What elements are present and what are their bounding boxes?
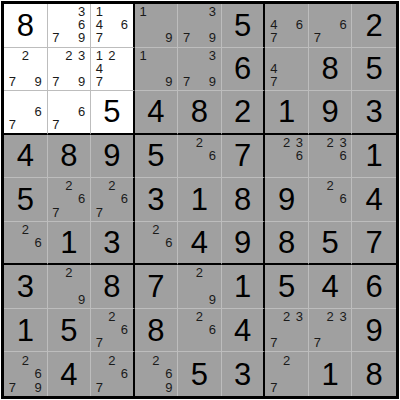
- cell-r5c9[interactable]: 4: [352, 178, 396, 222]
- cell-value: 5: [147, 140, 164, 171]
- pencil-mark-6: 6: [162, 367, 175, 381]
- cell-value: 1: [17, 315, 34, 346]
- cell-value: 9: [103, 140, 120, 171]
- cell-value: 3: [366, 96, 383, 127]
- cell-value: 5: [103, 96, 120, 127]
- pencil-mark-7: 7: [93, 75, 106, 88]
- pencil-mark-2: 2: [62, 266, 75, 279]
- cell-r6c9[interactable]: 7: [352, 222, 396, 266]
- pencil-marks: 236: [309, 135, 352, 178]
- cell-value: 3: [147, 184, 164, 215]
- cell-r6c5[interactable]: 4: [178, 222, 222, 266]
- pencil-mark-6: 6: [206, 149, 219, 162]
- cell-r7c2[interactable]: 29: [48, 265, 92, 309]
- cell-r2c5[interactable]: 379: [178, 48, 222, 92]
- cell-value: 7: [234, 140, 251, 171]
- pencil-mark-2: 2: [193, 310, 206, 323]
- pencil-mark-2: 2: [19, 353, 32, 367]
- cell-value: 2: [234, 96, 251, 127]
- cell-value: 1: [278, 96, 295, 127]
- pencil-marks: 267: [91, 178, 133, 221]
- cell-r9c3[interactable]: 267: [91, 352, 135, 396]
- cell-r2c1[interactable]: 279: [4, 48, 48, 92]
- cell-r5c4[interactable]: 3: [135, 178, 179, 222]
- pencil-mark-7: 7: [180, 31, 193, 44]
- pencil-mark-7: 7: [267, 336, 280, 349]
- pencil-mark-2: 2: [324, 136, 337, 149]
- cell-value: 6: [234, 53, 251, 84]
- cell-r9c5[interactable]: 5: [178, 352, 222, 396]
- cell-r8c5[interactable]: 26: [178, 309, 222, 353]
- pencil-mark-6: 6: [118, 18, 131, 31]
- pencil-mark-9: 9: [32, 75, 45, 88]
- cell-value: 1: [191, 184, 208, 215]
- sudoku-board: 8367914671937954676722792379124719379647…: [1, 1, 399, 399]
- cell-value: 8: [147, 315, 164, 346]
- pencil-mark-3: 3: [337, 310, 350, 323]
- cell-r2c6[interactable]: 6: [222, 48, 266, 92]
- pencil-marks: 237: [309, 309, 352, 352]
- pencil-mark-7: 7: [6, 118, 19, 131]
- cell-r7c9[interactable]: 6: [352, 265, 396, 309]
- cell-r5c7[interactable]: 9: [265, 178, 309, 222]
- pencil-mark-7: 7: [93, 31, 106, 44]
- pencil-mark-2: 2: [280, 136, 293, 149]
- cell-value: 8: [60, 140, 77, 171]
- pencil-mark-9: 9: [206, 75, 219, 88]
- pencil-marks: 467: [265, 4, 308, 47]
- pencil-mark-3: 3: [293, 310, 306, 323]
- pencil-mark-9: 9: [162, 75, 175, 88]
- pencil-mark-1: 1: [137, 5, 150, 18]
- pencil-marks: 236: [265, 135, 308, 178]
- cell-r9c6[interactable]: 3: [222, 352, 266, 396]
- cell-r1c9[interactable]: 2: [352, 4, 396, 48]
- cell-r8c7[interactable]: 237: [265, 309, 309, 353]
- cell-value: 4: [147, 96, 164, 127]
- pencil-mark-6: 6: [75, 18, 88, 31]
- cell-value: 9: [278, 184, 295, 215]
- pencil-mark-3: 3: [75, 49, 88, 62]
- cell-value: 6: [366, 271, 383, 302]
- pencil-marks: 26: [309, 178, 352, 221]
- pencil-marks: 29: [48, 265, 91, 308]
- pencil-mark-2: 2: [106, 353, 119, 367]
- cell-r1c8[interactable]: 67: [309, 4, 353, 48]
- pencil-mark-6: 6: [32, 105, 45, 118]
- cell-r3c1[interactable]: 67: [4, 91, 48, 135]
- cell-r6c4[interactable]: 26: [135, 222, 179, 266]
- pencil-mark-2: 2: [19, 223, 32, 236]
- cell-r2c3[interactable]: 1247: [91, 48, 135, 92]
- cell-r3c6[interactable]: 2: [222, 91, 266, 135]
- pencil-marks: 19: [135, 4, 178, 47]
- pencil-mark-9: 9: [75, 293, 88, 306]
- cell-r8c8[interactable]: 237: [309, 309, 353, 353]
- cell-r3c2[interactable]: 67: [48, 91, 92, 135]
- cell-r3c7[interactable]: 1: [265, 91, 309, 135]
- pencil-marks: 379: [178, 48, 221, 91]
- cell-value: 7: [366, 227, 383, 258]
- cell-r4c7[interactable]: 236: [265, 135, 309, 179]
- pencil-mark-7: 7: [267, 380, 280, 394]
- pencil-mark-7: 7: [50, 31, 63, 44]
- pencil-mark-7: 7: [6, 75, 19, 88]
- cell-value: 1: [234, 271, 251, 302]
- cell-r3c5[interactable]: 8: [178, 91, 222, 135]
- cell-r1c1[interactable]: 8: [4, 4, 48, 48]
- cell-r7c1[interactable]: 3: [4, 265, 48, 309]
- pencil-mark-6: 6: [75, 105, 88, 118]
- pencil-mark-2: 2: [150, 223, 163, 236]
- cell-r2c7[interactable]: 47: [265, 48, 309, 92]
- pencil-mark-7: 7: [180, 75, 193, 88]
- cell-value: 4: [234, 315, 251, 346]
- cell-r9c7[interactable]: 27: [265, 352, 309, 396]
- pencil-marks: 19: [135, 48, 178, 91]
- pencil-marks: 3679: [48, 4, 91, 47]
- cell-r1c2[interactable]: 3679: [48, 4, 92, 48]
- cell-r2c9[interactable]: 5: [352, 48, 396, 92]
- pencil-mark-6: 6: [32, 236, 45, 249]
- pencil-marks: 267: [91, 309, 133, 352]
- cell-value: 3: [234, 359, 251, 390]
- pencil-mark-6: 6: [293, 18, 306, 31]
- pencil-mark-4: 4: [267, 18, 280, 31]
- pencil-mark-6: 6: [337, 18, 350, 31]
- cell-value: 8: [278, 227, 295, 258]
- cell-r6c2[interactable]: 1: [48, 222, 92, 266]
- pencil-mark-3: 3: [337, 136, 350, 149]
- pencil-marks: 237: [265, 309, 308, 352]
- pencil-mark-7: 7: [311, 31, 324, 44]
- cell-r7c8[interactable]: 4: [309, 265, 353, 309]
- cell-value: 9: [322, 96, 339, 127]
- pencil-marks: 67: [4, 91, 47, 133]
- pencil-marks: 2679: [4, 352, 47, 396]
- pencil-mark-9: 9: [162, 31, 175, 44]
- pencil-marks: 26: [135, 222, 178, 264]
- cell-r1c6[interactable]: 5: [222, 4, 266, 48]
- cell-r6c8[interactable]: 5: [309, 222, 353, 266]
- cell-r8c4[interactable]: 8: [135, 309, 179, 353]
- cell-r7c6[interactable]: 1: [222, 265, 266, 309]
- cell-value: 4: [366, 184, 383, 215]
- pencil-marks: 26: [178, 135, 221, 178]
- pencil-marks: 47: [265, 48, 308, 91]
- cell-r9c4[interactable]: 269: [135, 352, 179, 396]
- cell-value: 2: [366, 10, 383, 41]
- cell-r3c8[interactable]: 9: [309, 91, 353, 135]
- cell-r9c8[interactable]: 1: [309, 352, 353, 396]
- cell-value: 8: [17, 10, 34, 41]
- pencil-marks: 1467: [91, 4, 133, 47]
- pencil-mark-6: 6: [32, 367, 45, 381]
- cell-r2c2[interactable]: 2379: [48, 48, 92, 92]
- pencil-mark-7: 7: [267, 75, 280, 88]
- pencil-marks: 267: [91, 352, 133, 396]
- pencil-marks: 67: [48, 91, 91, 133]
- pencil-marks: 269: [135, 352, 178, 396]
- cell-r1c3[interactable]: 1467: [91, 4, 135, 48]
- pencil-mark-9: 9: [32, 380, 45, 394]
- pencil-mark-6: 6: [293, 149, 306, 162]
- cell-r6c6[interactable]: 9: [222, 222, 266, 266]
- cell-value: 5: [234, 10, 251, 41]
- pencil-mark-9: 9: [75, 31, 88, 44]
- cell-r4c6[interactable]: 7: [222, 135, 266, 179]
- pencil-mark-2: 2: [193, 136, 206, 149]
- pencil-marks: 267: [48, 178, 91, 221]
- cell-value: 1: [60, 227, 77, 258]
- pencil-mark-3: 3: [75, 5, 88, 18]
- pencil-mark-7: 7: [50, 75, 63, 88]
- cell-r1c4[interactable]: 19: [135, 4, 179, 48]
- sudoku-app: 8367914671937954676722792379124719379647…: [0, 0, 400, 400]
- cell-value: 9: [234, 227, 251, 258]
- pencil-marks: 379: [178, 4, 221, 47]
- pencil-mark-3: 3: [206, 49, 219, 62]
- pencil-marks: 2379: [48, 48, 91, 91]
- cell-r1c7[interactable]: 467: [265, 4, 309, 48]
- pencil-marks: 67: [309, 4, 352, 47]
- cell-r2c8[interactable]: 8: [309, 48, 353, 92]
- pencil-marks: 29: [178, 265, 221, 308]
- cell-value: 8: [103, 271, 120, 302]
- cell-r9c2[interactable]: 4: [48, 352, 92, 396]
- cell-r4c1[interactable]: 4: [4, 135, 48, 179]
- pencil-mark-2: 2: [106, 179, 119, 192]
- cell-r6c1[interactable]: 26: [4, 222, 48, 266]
- cell-value: 5: [278, 271, 295, 302]
- pencil-mark-2: 2: [280, 353, 293, 367]
- cell-value: 4: [322, 271, 339, 302]
- pencil-mark-4: 4: [267, 62, 280, 75]
- pencil-mark-2: 2: [106, 49, 119, 62]
- cell-value: 8: [322, 53, 339, 84]
- pencil-mark-3: 3: [293, 136, 306, 149]
- pencil-mark-4: 4: [93, 18, 106, 31]
- pencil-mark-6: 6: [118, 367, 131, 381]
- cell-r4c3[interactable]: 9: [91, 135, 135, 179]
- cell-value: 8: [234, 184, 251, 215]
- pencil-mark-7: 7: [6, 380, 19, 394]
- cell-value: 5: [322, 227, 339, 258]
- cell-value: 5: [60, 315, 77, 346]
- pencil-mark-7: 7: [93, 206, 106, 219]
- pencil-mark-6: 6: [118, 323, 131, 336]
- cell-value: 4: [191, 227, 208, 258]
- cell-value: 4: [60, 359, 77, 390]
- cell-value: 4: [17, 140, 34, 171]
- cell-r3c4[interactable]: 4: [135, 91, 179, 135]
- pencil-mark-2: 2: [150, 353, 163, 367]
- cell-value: 9: [366, 315, 383, 346]
- pencil-marks: 26: [178, 309, 221, 352]
- pencil-marks: 26: [4, 222, 47, 264]
- cell-r8c2[interactable]: 5: [48, 309, 92, 353]
- cell-r9c9[interactable]: 8: [352, 352, 396, 396]
- cell-r9c1[interactable]: 2679: [4, 352, 48, 396]
- pencil-mark-2: 2: [324, 179, 337, 192]
- pencil-mark-4: 4: [93, 62, 106, 75]
- cell-r8c6[interactable]: 4: [222, 309, 266, 353]
- pencil-mark-7: 7: [267, 31, 280, 44]
- pencil-mark-2: 2: [106, 310, 119, 323]
- cell-r7c3[interactable]: 8: [91, 265, 135, 309]
- pencil-marks: 279: [4, 48, 47, 91]
- pencil-mark-1: 1: [93, 49, 106, 62]
- cell-r8c1[interactable]: 1: [4, 309, 48, 353]
- pencil-mark-2: 2: [62, 49, 75, 62]
- pencil-mark-2: 2: [193, 266, 206, 279]
- cell-value: 5: [17, 184, 34, 215]
- cell-r4c8[interactable]: 236: [309, 135, 353, 179]
- cell-r6c3[interactable]: 3: [91, 222, 135, 266]
- cell-value: 7: [147, 271, 164, 302]
- pencil-mark-7: 7: [311, 336, 324, 349]
- pencil-mark-2: 2: [324, 310, 337, 323]
- pencil-mark-9: 9: [206, 31, 219, 44]
- pencil-mark-6: 6: [337, 192, 350, 205]
- cell-r3c9[interactable]: 3: [352, 91, 396, 135]
- cell-value: 3: [103, 227, 120, 258]
- pencil-mark-2: 2: [19, 49, 32, 62]
- cell-r5c6[interactable]: 8: [222, 178, 266, 222]
- cell-r5c2[interactable]: 267: [48, 178, 92, 222]
- cell-r6c7[interactable]: 8: [265, 222, 309, 266]
- pencil-marks: 27: [265, 352, 308, 396]
- pencil-mark-2: 2: [62, 179, 75, 192]
- cell-r5c5[interactable]: 1: [178, 178, 222, 222]
- pencil-mark-6: 6: [118, 192, 131, 205]
- cell-r8c9[interactable]: 9: [352, 309, 396, 353]
- pencil-mark-9: 9: [162, 380, 175, 394]
- cell-value: 8: [366, 359, 383, 390]
- cell-value: 8: [191, 96, 208, 127]
- cell-value: 5: [191, 359, 208, 390]
- pencil-mark-2: 2: [280, 310, 293, 323]
- cell-r7c4[interactable]: 7: [135, 265, 179, 309]
- pencil-marks: 1247: [91, 48, 133, 91]
- cell-r5c3[interactable]: 267: [91, 178, 135, 222]
- pencil-mark-9: 9: [206, 293, 219, 306]
- pencil-mark-9: 9: [75, 75, 88, 88]
- cell-r7c7[interactable]: 5: [265, 265, 309, 309]
- pencil-mark-7: 7: [50, 118, 63, 131]
- cell-r2c4[interactable]: 19: [135, 48, 179, 92]
- cell-r4c9[interactable]: 1: [352, 135, 396, 179]
- pencil-mark-1: 1: [93, 5, 106, 18]
- cell-r5c1[interactable]: 5: [4, 178, 48, 222]
- cell-r5c8[interactable]: 26: [309, 178, 353, 222]
- cell-r4c4[interactable]: 5: [135, 135, 179, 179]
- pencil-mark-6: 6: [206, 323, 219, 336]
- pencil-mark-6: 6: [162, 236, 175, 249]
- cell-value: 5: [366, 53, 383, 84]
- cell-r3c3[interactable]: 5: [91, 91, 135, 135]
- cell-value: 1: [322, 359, 339, 390]
- cell-r7c5[interactable]: 29: [178, 265, 222, 309]
- pencil-mark-6: 6: [337, 149, 350, 162]
- cell-value: 3: [17, 271, 34, 302]
- pencil-mark-7: 7: [93, 380, 106, 394]
- cell-r4c2[interactable]: 8: [48, 135, 92, 179]
- pencil-mark-7: 7: [93, 336, 106, 349]
- pencil-mark-3: 3: [206, 5, 219, 18]
- pencil-mark-7: 7: [50, 206, 63, 219]
- pencil-mark-6: 6: [75, 192, 88, 205]
- cell-value: 1: [366, 140, 383, 171]
- pencil-mark-1: 1: [137, 49, 150, 62]
- cell-r1c5[interactable]: 379: [178, 4, 222, 48]
- cell-r4c5[interactable]: 26: [178, 135, 222, 179]
- cell-r8c3[interactable]: 267: [91, 309, 135, 353]
